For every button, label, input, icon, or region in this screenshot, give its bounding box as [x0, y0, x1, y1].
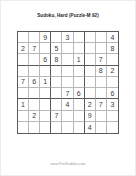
grid-cell-r1c2 [29, 32, 40, 43]
grid-cell-r2c9: 8 [107, 43, 118, 54]
grid-cell-r9c8 [96, 122, 107, 133]
grid-cell-r2c3 [40, 43, 51, 54]
grid-cell-r2c2: 7 [29, 43, 40, 54]
grid-cell-r3c1 [18, 54, 29, 65]
grid-cell-r1c1 [18, 32, 29, 43]
grid-cell-r1c7 [85, 32, 96, 43]
grid-cell-r7c1: 1 [18, 99, 29, 110]
grid-cell-r7c4 [51, 99, 62, 110]
grid-cell-r8c7: 9 [85, 111, 96, 122]
grid-cell-r7c3 [40, 99, 51, 110]
grid-cell-r4c2 [29, 66, 40, 77]
grid-cell-r3c9 [107, 54, 118, 65]
grid-cell-r6c7 [85, 88, 96, 99]
grid-cell-r2c8 [96, 43, 107, 54]
grid-cell-r9c1 [18, 122, 29, 133]
grid-cell-r8c3 [40, 111, 51, 122]
grid-cell-r1c5: 3 [62, 32, 73, 43]
grid-cell-r2c6 [74, 43, 85, 54]
grid-cell-r7c9: 3 [107, 99, 118, 110]
grid-cell-r7c5: 4 [62, 99, 73, 110]
grid-cell-r4c6 [74, 66, 85, 77]
grid-cell-r4c7 [85, 66, 96, 77]
grid-cell-r2c5 [62, 43, 73, 54]
grid-cell-r7c6 [74, 99, 85, 110]
printable-sudoku-page: { "game": "sudoku", "title": "Sudoku, Ha… [0, 0, 136, 176]
grid-cell-r8c4: 7 [51, 111, 62, 122]
grid-cell-r5c6 [74, 77, 85, 88]
grid-cell-r1c4 [51, 32, 62, 43]
grid-cell-r6c4 [51, 88, 62, 99]
grid-cell-r6c8 [96, 88, 107, 99]
grid-cell-r5c4 [51, 77, 62, 88]
grid-cell-r6c2 [29, 88, 40, 99]
sudoku-grid: 9342758681782761766142732794 [17, 31, 119, 134]
grid-cell-r8c6 [74, 111, 85, 122]
grid-cell-r9c4 [51, 122, 62, 133]
grid-cell-r1c3: 9 [40, 32, 51, 43]
grid-cell-r8c2: 2 [29, 111, 40, 122]
grid-cell-r2c4: 5 [51, 43, 62, 54]
grid-cell-r8c5 [62, 111, 73, 122]
grid-cell-r3c8: 7 [96, 54, 107, 65]
grid-cell-r3c7 [85, 54, 96, 65]
grid-cell-r4c4 [51, 66, 62, 77]
grid-cell-r5c1: 7 [18, 77, 29, 88]
grid-cell-r9c7: 4 [85, 122, 96, 133]
grid-cell-r1c6 [74, 32, 85, 43]
grid-cell-r3c2 [29, 54, 40, 65]
grid-cell-r6c5: 7 [62, 88, 73, 99]
grid-cell-r5c3: 1 [40, 77, 51, 88]
grid-cell-r4c9: 2 [107, 66, 118, 77]
grid-cell-r7c8: 7 [96, 99, 107, 110]
grid-cell-r6c1 [18, 88, 29, 99]
grid-cell-r3c5 [62, 54, 73, 65]
grid-cell-r9c3 [40, 122, 51, 133]
grid-cell-r1c8 [96, 32, 107, 43]
grid-cell-r5c5 [62, 77, 73, 88]
grid-cell-r9c6 [74, 122, 85, 133]
grid-cell-r5c9 [107, 77, 118, 88]
grid-cell-r4c3 [40, 66, 51, 77]
grid-cell-r3c4: 8 [51, 54, 62, 65]
grid-cell-r7c7: 2 [85, 99, 96, 110]
footer-url: www.PrintSudoku.com [0, 162, 136, 166]
grid-cell-r4c8: 8 [96, 66, 107, 77]
grid-cell-r2c7 [85, 43, 96, 54]
grid-cell-r8c8 [96, 111, 107, 122]
puzzle-title: Sudoku, Hard (Puzzle-M 92) [0, 13, 136, 18]
grid-cell-r3c3: 6 [40, 54, 51, 65]
grid-cell-r6c3 [40, 88, 51, 99]
grid-cell-r6c9: 6 [107, 88, 118, 99]
grid-cell-r5c2: 6 [29, 77, 40, 88]
grid-cell-r5c7 [85, 77, 96, 88]
grid-cell-r4c5 [62, 66, 73, 77]
grid-cell-r8c9 [107, 111, 118, 122]
grid-cell-r2c1: 2 [18, 43, 29, 54]
grid-cell-r4c1 [18, 66, 29, 77]
grid-cell-r9c5 [62, 122, 73, 133]
grid-cell-r6c6: 6 [74, 88, 85, 99]
grid-cell-r5c8 [96, 77, 107, 88]
grid-cell-r9c2 [29, 122, 40, 133]
grid-cell-r1c9: 4 [107, 32, 118, 43]
grid-cell-r7c2 [29, 99, 40, 110]
grid-cell-r3c6: 1 [74, 54, 85, 65]
grid-cell-r8c1 [18, 111, 29, 122]
